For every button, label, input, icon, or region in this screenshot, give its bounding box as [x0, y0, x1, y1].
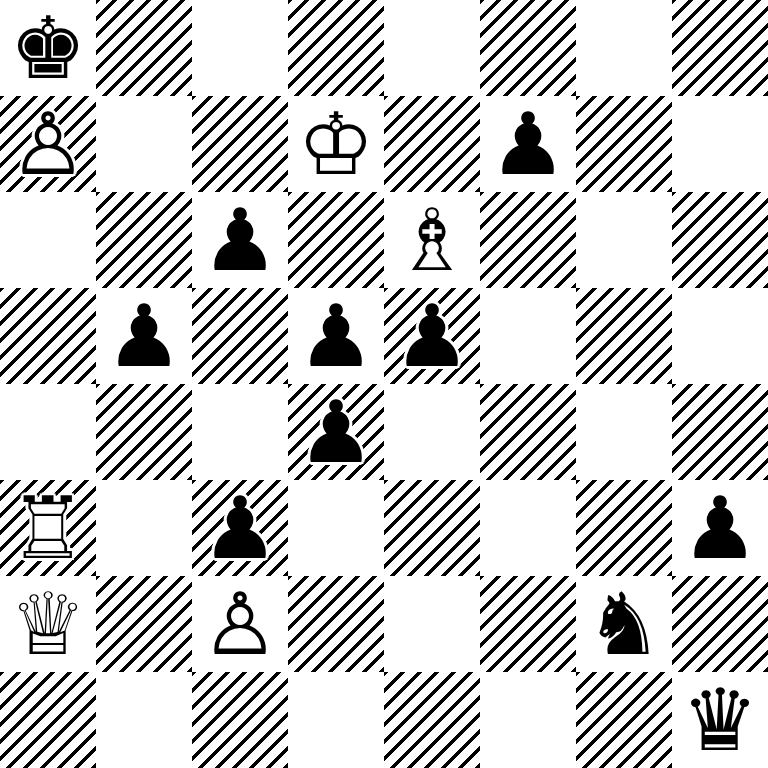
- square-e6[interactable]: ♝♗: [384, 192, 480, 288]
- square-c1[interactable]: [192, 672, 288, 768]
- black-pawn-piece: ♟: [288, 288, 384, 384]
- white-pawn-piece: ♟♙: [192, 576, 288, 672]
- square-h2[interactable]: [672, 576, 768, 672]
- square-a7[interactable]: ♟♙: [0, 96, 96, 192]
- square-h5[interactable]: [672, 288, 768, 384]
- white-queen-glyph: ♕: [0, 576, 96, 672]
- square-c8[interactable]: [192, 0, 288, 96]
- square-b2[interactable]: [96, 576, 192, 672]
- square-d4[interactable]: ♟: [288, 384, 384, 480]
- square-g1[interactable]: [576, 672, 672, 768]
- square-e1[interactable]: [384, 672, 480, 768]
- black-pawn-glyph: ♟: [96, 288, 192, 384]
- black-pawn-glyph: ♟: [192, 192, 288, 288]
- black-pawn-piece: ♟: [480, 96, 576, 192]
- black-queen-glyph: ♛: [672, 672, 768, 768]
- square-b3[interactable]: [96, 480, 192, 576]
- black-pawn-piece: ♟: [96, 288, 192, 384]
- square-b6[interactable]: [96, 192, 192, 288]
- square-g8[interactable]: [576, 0, 672, 96]
- square-d8[interactable]: [288, 0, 384, 96]
- black-pawn-piece: ♟: [384, 288, 480, 384]
- square-g4[interactable]: [576, 384, 672, 480]
- black-pawn-piece: ♟: [192, 192, 288, 288]
- black-king-piece: ♚: [0, 0, 96, 96]
- square-f2[interactable]: [480, 576, 576, 672]
- square-h4[interactable]: [672, 384, 768, 480]
- square-f1[interactable]: [480, 672, 576, 768]
- square-g5[interactable]: [576, 288, 672, 384]
- square-g6[interactable]: [576, 192, 672, 288]
- square-b1[interactable]: [96, 672, 192, 768]
- chess-board-grid: ♚♟♙♚♔♟♟♝♗♟♟♟♟♜♖♟♟♛♕♟♙♞♛: [0, 0, 768, 768]
- square-e4[interactable]: [384, 384, 480, 480]
- white-pawn-glyph: ♙: [192, 576, 288, 672]
- square-f3[interactable]: [480, 480, 576, 576]
- square-e8[interactable]: [384, 0, 480, 96]
- square-c5[interactable]: [192, 288, 288, 384]
- white-rook-piece: ♜♖: [0, 480, 96, 576]
- white-pawn-piece: ♟♙: [0, 96, 96, 192]
- black-knight-piece: ♞: [576, 576, 672, 672]
- square-c2[interactable]: ♟♙: [192, 576, 288, 672]
- square-a5[interactable]: [0, 288, 96, 384]
- square-a1[interactable]: [0, 672, 96, 768]
- black-pawn-piece: ♟: [672, 480, 768, 576]
- black-pawn-glyph: ♟: [384, 288, 480, 384]
- square-b8[interactable]: [96, 0, 192, 96]
- square-f8[interactable]: [480, 0, 576, 96]
- square-g3[interactable]: [576, 480, 672, 576]
- square-h6[interactable]: [672, 192, 768, 288]
- square-c4[interactable]: [192, 384, 288, 480]
- black-queen-piece: ♛: [672, 672, 768, 768]
- black-pawn-piece: ♟: [192, 480, 288, 576]
- square-e2[interactable]: [384, 576, 480, 672]
- square-c7[interactable]: [192, 96, 288, 192]
- square-d3[interactable]: [288, 480, 384, 576]
- white-bishop-piece: ♝♗: [384, 192, 480, 288]
- black-pawn-glyph: ♟: [192, 480, 288, 576]
- chess-board: ♚♟♙♚♔♟♟♝♗♟♟♟♟♜♖♟♟♛♕♟♙♞♛: [0, 0, 768, 768]
- square-d6[interactable]: [288, 192, 384, 288]
- black-pawn-glyph: ♟: [480, 96, 576, 192]
- square-a4[interactable]: [0, 384, 96, 480]
- white-bishop-glyph: ♗: [384, 192, 480, 288]
- square-b4[interactable]: [96, 384, 192, 480]
- square-d1[interactable]: [288, 672, 384, 768]
- black-pawn-glyph: ♟: [672, 480, 768, 576]
- square-d5[interactable]: ♟: [288, 288, 384, 384]
- square-h1[interactable]: ♛: [672, 672, 768, 768]
- black-king-glyph: ♚: [0, 0, 96, 96]
- square-a2[interactable]: ♛♕: [0, 576, 96, 672]
- square-b7[interactable]: [96, 96, 192, 192]
- square-f5[interactable]: [480, 288, 576, 384]
- square-g7[interactable]: [576, 96, 672, 192]
- square-g2[interactable]: ♞: [576, 576, 672, 672]
- square-f4[interactable]: [480, 384, 576, 480]
- black-pawn-glyph: ♟: [288, 288, 384, 384]
- square-h8[interactable]: [672, 0, 768, 96]
- white-pawn-glyph: ♙: [0, 96, 96, 192]
- square-h7[interactable]: [672, 96, 768, 192]
- white-king-piece: ♚♔: [288, 96, 384, 192]
- square-b5[interactable]: ♟: [96, 288, 192, 384]
- white-rook-glyph: ♖: [0, 480, 96, 576]
- white-queen-piece: ♛♕: [0, 576, 96, 672]
- black-pawn-glyph: ♟: [288, 384, 384, 480]
- square-e3[interactable]: [384, 480, 480, 576]
- square-c6[interactable]: ♟: [192, 192, 288, 288]
- square-a6[interactable]: [0, 192, 96, 288]
- black-pawn-piece: ♟: [288, 384, 384, 480]
- square-a3[interactable]: ♜♖: [0, 480, 96, 576]
- square-c3[interactable]: ♟: [192, 480, 288, 576]
- square-a8[interactable]: ♚: [0, 0, 96, 96]
- black-knight-glyph: ♞: [576, 576, 672, 672]
- square-f6[interactable]: [480, 192, 576, 288]
- square-e5[interactable]: ♟: [384, 288, 480, 384]
- square-e7[interactable]: [384, 96, 480, 192]
- square-d2[interactable]: [288, 576, 384, 672]
- white-king-glyph: ♔: [288, 96, 384, 192]
- square-h3[interactable]: ♟: [672, 480, 768, 576]
- square-d7[interactable]: ♚♔: [288, 96, 384, 192]
- square-f7[interactable]: ♟: [480, 96, 576, 192]
